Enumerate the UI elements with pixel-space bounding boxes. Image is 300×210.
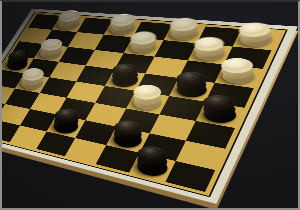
- checker-piece-black[interactable]: [109, 71, 141, 88]
- pieces-layer: [0, 14, 280, 192]
- photo-frame: [0, 0, 300, 210]
- checker-piece-black[interactable]: [50, 117, 81, 136]
- checker-piece-cream[interactable]: [192, 45, 228, 62]
- checker-piece-cream[interactable]: [128, 39, 160, 54]
- checker-piece-black[interactable]: [174, 80, 210, 99]
- checker-piece-black[interactable]: [110, 129, 145, 150]
- checker-piece-black[interactable]: [134, 156, 171, 179]
- checkers-board: [0, 9, 298, 204]
- checker-piece-cream[interactable]: [168, 26, 202, 41]
- checker-piece-cream[interactable]: [18, 75, 46, 91]
- checker-piece-cream[interactable]: [55, 17, 82, 30]
- checker-piece-black[interactable]: [200, 104, 239, 125]
- checker-piece-cream[interactable]: [219, 67, 257, 86]
- scene-background: [2, 2, 298, 208]
- checker-piece-cream[interactable]: [130, 93, 164, 112]
- checker-piece-cream[interactable]: [237, 31, 275, 48]
- board-inner-frame: [0, 12, 288, 198]
- checker-piece-cream[interactable]: [37, 46, 64, 60]
